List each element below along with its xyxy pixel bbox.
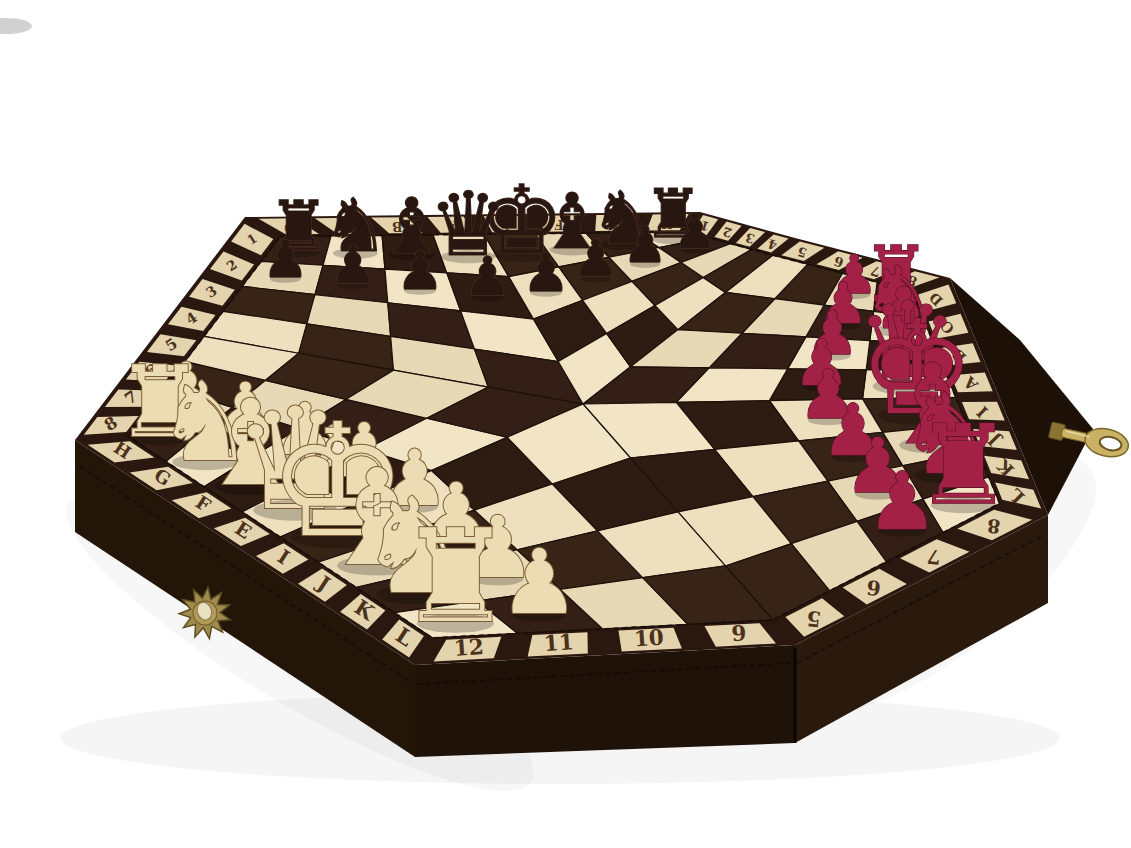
piece-white-rook: ♜	[398, 502, 513, 651]
border-label: 9	[731, 620, 748, 646]
clasp-shadow	[0, 18, 32, 34]
board-scene: DCBAEFGH12345678DCBAIJKL87659101112LKJIE…	[0, 0, 1131, 848]
piece-black-pawn: ♟	[396, 240, 443, 301]
piece-black-pawn: ♟	[522, 242, 570, 304]
border-label: 6	[865, 575, 882, 600]
border-label: 10	[633, 625, 665, 652]
piece-black-pawn: ♟	[623, 216, 668, 274]
border-label: 7	[926, 544, 942, 568]
border-label: 5	[805, 606, 822, 632]
piece-black-pawn: ♟	[673, 203, 716, 259]
piece-black-pawn: ♟	[329, 234, 376, 295]
piece-black-pawn: ♟	[262, 229, 308, 289]
three-player-chess-photo: Three-player chess — hexagonal folding w…	[0, 0, 1131, 848]
piece-black-pawn: ♟	[573, 228, 619, 288]
piece-red-pawn: ♟	[866, 455, 938, 548]
piece-black-pawn: ♟	[463, 245, 511, 308]
